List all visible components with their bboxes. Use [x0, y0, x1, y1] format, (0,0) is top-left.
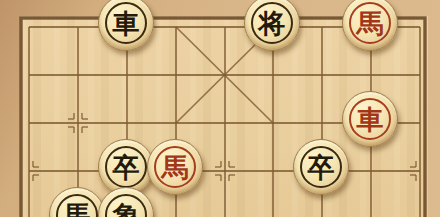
xiangqi-board: 車将馬車卒馬卒馬象	[0, 0, 440, 217]
piece-glyph-horse: 馬	[148, 140, 202, 194]
piece-glyph-horse: 馬	[343, 0, 397, 50]
piece-glyph-soldier: 卒	[294, 140, 348, 194]
piece-glyph-chariot: 車	[99, 0, 153, 50]
piece-black-horse[interactable]: 馬	[49, 187, 105, 217]
piece-red-horse[interactable]: 馬	[147, 139, 203, 195]
piece-black-elephant[interactable]: 象	[98, 187, 154, 217]
piece-red-horse[interactable]: 馬	[342, 0, 398, 51]
piece-black-soldier[interactable]: 卒	[293, 139, 349, 195]
piece-red-chariot[interactable]: 車	[342, 91, 398, 147]
piece-glyph-horse: 馬	[50, 188, 104, 217]
piece-glyph-elephant: 象	[99, 188, 153, 217]
piece-glyph-soldier: 卒	[99, 140, 153, 194]
pieces-layer: 車将馬車卒馬卒馬象	[0, 0, 440, 217]
piece-glyph-general: 将	[245, 0, 299, 50]
piece-black-chariot[interactable]: 車	[98, 0, 154, 51]
piece-glyph-chariot: 車	[343, 92, 397, 146]
piece-black-general[interactable]: 将	[244, 0, 300, 51]
